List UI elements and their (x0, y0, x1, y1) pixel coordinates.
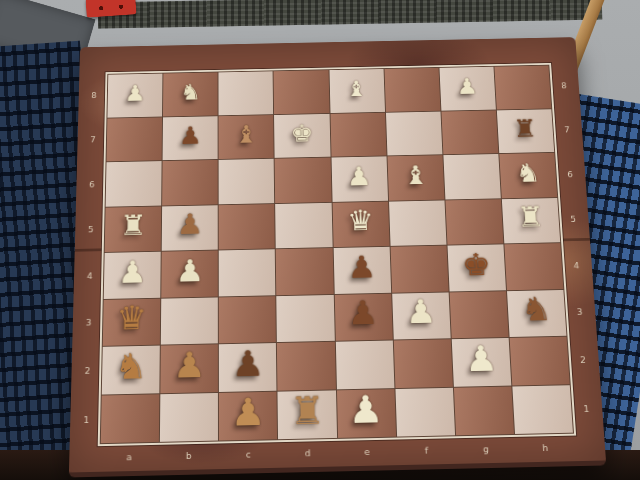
square-h1 (512, 385, 573, 434)
square-h4 (504, 243, 563, 290)
square-e8: ♝ (329, 69, 385, 113)
square-g5 (445, 199, 503, 245)
square-b4: ♟ (161, 250, 218, 297)
square-h6: ♞ (499, 153, 557, 198)
rank-label-right-2: 2 (580, 355, 586, 365)
piece-white-knight: ♞ (163, 81, 218, 104)
piece-white-pawn: ♟ (108, 82, 163, 105)
rank-label-left-6: 6 (89, 180, 95, 189)
piece-white-pawn: ♟ (161, 255, 218, 287)
rank-label-right-8: 8 (561, 82, 567, 91)
mesh-surface (98, 0, 602, 28)
piece-brown-pawn: ♟ (333, 251, 390, 283)
square-h2 (510, 337, 570, 385)
file-label-f: f (397, 443, 457, 459)
piece-white-queen: ♛ (332, 207, 389, 236)
rank-label-right-4: 4 (573, 261, 579, 270)
piece-white-rook: ♜ (105, 212, 161, 241)
file-label-b: b (159, 448, 219, 464)
square-g6 (443, 154, 501, 199)
rank-label-left-4: 4 (87, 271, 93, 280)
piece-brown-pawn: ♟ (219, 392, 277, 431)
piece-white-king: ♚ (274, 121, 329, 146)
square-g4: ♚ (447, 244, 506, 291)
piece-brown-rook: ♜ (278, 391, 337, 430)
file-label-h: h (515, 440, 575, 456)
piece-brown-pawn: ♟ (219, 345, 277, 381)
piece-white-pawn: ♟ (104, 256, 161, 288)
square-c5 (219, 204, 275, 250)
photo-scene: ♟♞♝♟♟♝♚♜♟♝♞♜♟♛♜♟♟♟♚♛♟♟♞♞♟♟♟♟♜♟ abcdefgh … (0, 0, 640, 480)
piece-white-knight: ♞ (500, 159, 557, 186)
square-d5 (276, 202, 333, 248)
piece-brown-rook: ♜ (497, 116, 553, 141)
square-h8 (494, 66, 551, 110)
square-e4: ♟ (333, 247, 391, 294)
rank-label-left-3: 3 (86, 318, 92, 328)
square-g3 (449, 291, 508, 339)
file-label-g: g (456, 442, 516, 458)
piece-white-rook: ♜ (502, 203, 559, 232)
rank-label-left-5: 5 (88, 225, 94, 234)
board-frame: ♟♞♝♟♟♝♚♜♟♝♞♜♟♛♜♟♟♟♚♛♟♟♞♞♟♟♟♟♜♟ abcdefgh … (69, 37, 607, 477)
square-b3 (161, 297, 218, 345)
square-a4: ♟ (104, 252, 161, 299)
square-d7: ♚ (274, 113, 330, 157)
square-b8: ♞ (163, 72, 218, 116)
file-label-e: e (337, 444, 397, 460)
square-h5: ♜ (502, 198, 561, 244)
piece-white-pawn: ♟ (440, 75, 495, 98)
square-c4 (219, 249, 276, 296)
rank-label-left-8: 8 (91, 91, 97, 100)
piece-white-bishop: ♝ (329, 77, 384, 100)
square-c2: ♟ (219, 343, 277, 391)
square-f4 (390, 246, 448, 293)
piece-white-pawn: ♟ (452, 340, 511, 376)
square-d8 (274, 70, 329, 114)
piece-brown-pawn: ♟ (163, 123, 218, 148)
file-label-c: c (218, 447, 278, 463)
piece-brown-king: ♚ (447, 249, 505, 280)
square-c1: ♟ (219, 391, 277, 440)
rank-label-right-1: 1 (583, 404, 589, 414)
square-f3: ♟ (392, 292, 451, 340)
square-d2 (277, 342, 335, 390)
square-f6: ♝ (387, 155, 444, 200)
piece-brown-bishop: ♝ (219, 122, 274, 147)
square-b1 (160, 392, 218, 441)
piece-white-pawn: ♟ (392, 295, 450, 329)
square-d3 (277, 294, 335, 342)
square-f8 (384, 68, 440, 112)
square-h3: ♞ (507, 289, 567, 336)
piece-brown-pawn: ♟ (334, 297, 392, 331)
square-b6 (162, 160, 218, 205)
square-f7 (386, 111, 443, 155)
square-d6 (275, 158, 331, 203)
piece-white-bishop: ♝ (387, 162, 443, 189)
square-e2 (335, 340, 394, 388)
square-a1 (101, 394, 160, 443)
chess-board: ♟♞♝♟♟♝♚♜♟♝♞♜♟♛♜♟♟♟♚♛♟♟♞♞♟♟♟♟♜♟ abcdefgh … (69, 37, 607, 477)
rank-label-left-1: 1 (83, 415, 89, 425)
square-f2 (393, 339, 452, 387)
square-a5: ♜ (105, 206, 162, 252)
rank-label-left-7: 7 (90, 135, 96, 144)
square-f5 (389, 200, 447, 246)
square-g2: ♟ (451, 338, 511, 386)
square-c8 (219, 71, 274, 115)
board-squares: ♟♞♝♟♟♝♚♜♟♝♞♜♟♛♜♟♟♟♚♛♟♟♞♞♟♟♟♟♜♟ (98, 63, 576, 446)
square-f1 (395, 387, 455, 436)
square-c6 (219, 159, 275, 204)
square-e7 (330, 112, 386, 156)
square-g8: ♟ (439, 67, 496, 111)
square-a3: ♛ (103, 298, 161, 346)
rank-label-right-7: 7 (564, 125, 570, 134)
square-g7 (441, 110, 498, 154)
file-label-d: d (278, 446, 338, 462)
file-label-a: a (99, 450, 159, 466)
square-a6 (106, 161, 162, 206)
square-d1: ♜ (278, 390, 337, 439)
square-a8: ♟ (107, 74, 162, 118)
square-e3: ♟ (334, 293, 392, 341)
rank-label-left-2: 2 (84, 366, 90, 376)
piece-brown-knight: ♞ (102, 348, 160, 385)
square-e1: ♟ (336, 389, 395, 438)
piece-brown-pawn: ♟ (162, 210, 218, 239)
piece-brown-knight: ♞ (507, 293, 566, 327)
square-g1 (454, 386, 514, 435)
piece-white-pawn: ♟ (336, 390, 395, 429)
piece-white-pawn: ♟ (331, 163, 387, 190)
piece-brown-pawn: ♟ (161, 347, 219, 384)
rank-labels-left: 87654321 (80, 74, 100, 445)
square-b7: ♟ (163, 116, 218, 160)
square-e5: ♛ (332, 201, 389, 247)
rank-label-right-5: 5 (570, 215, 576, 224)
square-a7 (107, 117, 163, 161)
square-c7: ♝ (219, 115, 274, 159)
rank-label-right-3: 3 (576, 308, 582, 317)
rank-label-right-6: 6 (567, 170, 573, 179)
piece-brown-queen: ♛ (103, 302, 160, 336)
square-b2: ♟ (160, 344, 218, 392)
square-c3 (219, 296, 276, 344)
square-a2: ♞ (102, 346, 160, 395)
square-d4 (276, 248, 333, 295)
square-h7: ♜ (497, 109, 554, 153)
square-b5: ♟ (162, 205, 218, 251)
square-e6: ♟ (331, 156, 388, 201)
